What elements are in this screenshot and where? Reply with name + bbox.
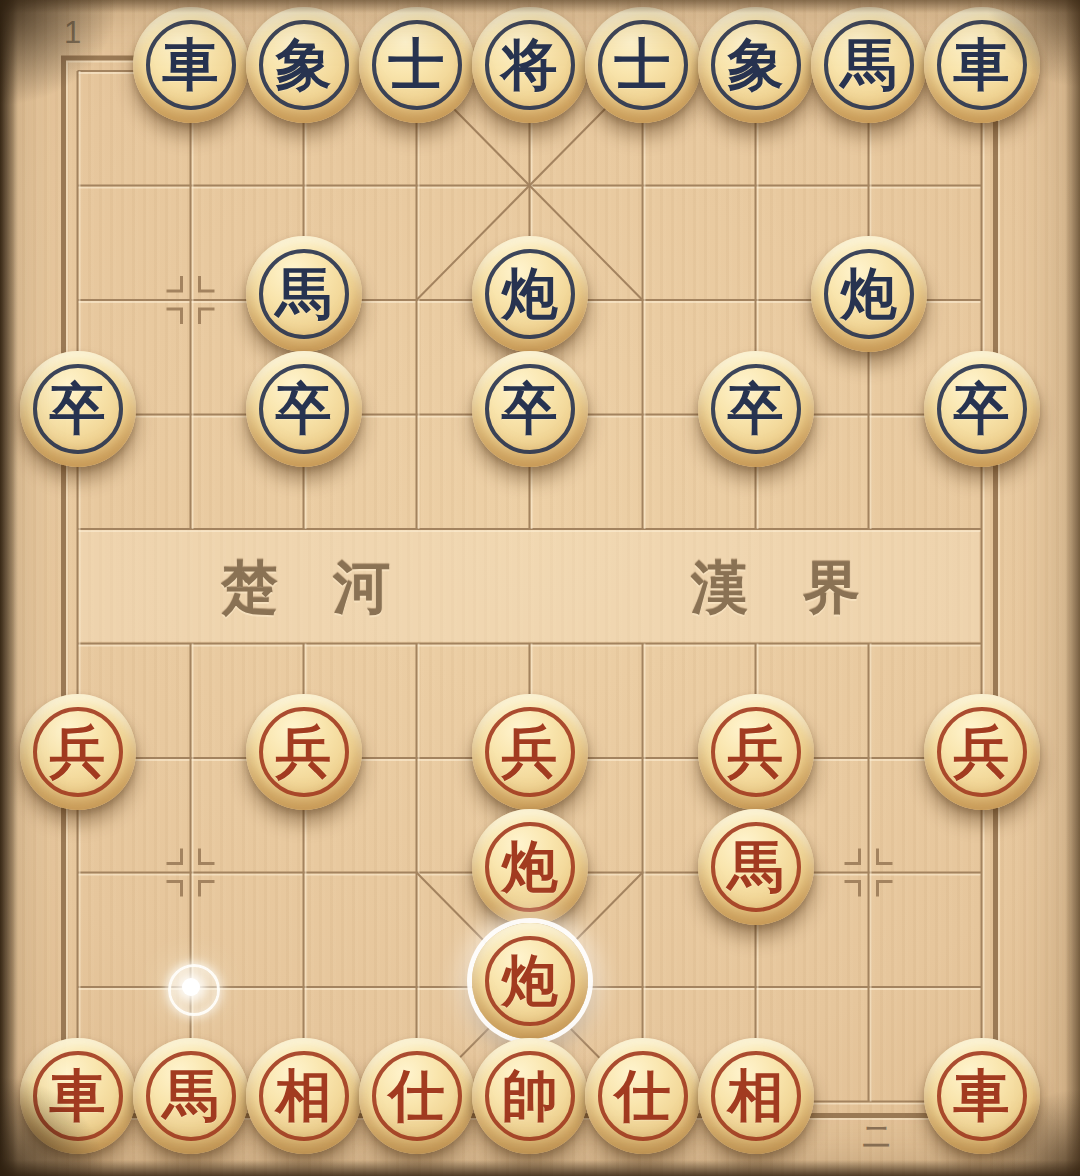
piece-black-象-c6r0[interactable]: 象	[698, 7, 814, 123]
piece-red-兵-c6r6[interactable]: 兵	[698, 694, 814, 810]
piece-red-炮-c4r7[interactable]: 炮	[472, 809, 588, 925]
piece-red-兵-c8r6[interactable]: 兵	[924, 694, 1040, 810]
piece-black-馬-c2r2[interactable]: 馬	[246, 236, 362, 352]
piece-red-馬-c6r7[interactable]: 馬	[698, 809, 814, 925]
piece-glyph: 馬	[276, 265, 332, 321]
piece-red-兵-c0r6[interactable]: 兵	[20, 694, 136, 810]
piece-glyph: 兵	[502, 723, 558, 779]
piece-glyph: 車	[50, 1067, 106, 1123]
piece-glyph: 車	[954, 36, 1010, 92]
piece-glyph: 卒	[728, 380, 784, 436]
piece-red-兵-c4r6[interactable]: 兵	[472, 694, 588, 810]
piece-black-士-c3r0[interactable]: 士	[359, 7, 475, 123]
piece-red-馬-c1r9[interactable]: 馬	[133, 1038, 249, 1154]
piece-black-士-c5r0[interactable]: 士	[585, 7, 701, 123]
piece-black-炮-c4r2[interactable]: 炮	[472, 236, 588, 352]
piece-red-相-c2r9[interactable]: 相	[246, 1038, 362, 1154]
piece-glyph: 帥	[502, 1067, 558, 1123]
piece-black-将-c4r0[interactable]: 将	[472, 7, 588, 123]
piece-glyph: 卒	[276, 380, 332, 436]
piece-black-象-c2r0[interactable]: 象	[246, 7, 362, 123]
move-origin-dot	[182, 978, 200, 996]
piece-glyph: 士	[615, 36, 671, 92]
piece-glyph: 兵	[50, 723, 106, 779]
piece-glyph: 兵	[954, 723, 1010, 779]
piece-black-車-c8r0[interactable]: 車	[924, 7, 1040, 123]
piece-red-帥-c4r9[interactable]: 帥	[472, 1038, 588, 1154]
piece-black-卒-c4r3[interactable]: 卒	[472, 351, 588, 467]
piece-black-卒-c6r3[interactable]: 卒	[698, 351, 814, 467]
file-label-er: 二	[863, 1119, 890, 1155]
piece-glyph: 卒	[50, 380, 106, 436]
piece-black-卒-c8r3[interactable]: 卒	[924, 351, 1040, 467]
piece-red-車-c8r9[interactable]: 車	[924, 1038, 1040, 1154]
piece-glyph: 士	[389, 36, 445, 92]
piece-glyph: 車	[954, 1067, 1010, 1123]
piece-glyph: 炮	[502, 838, 558, 894]
piece-glyph: 将	[502, 36, 558, 92]
piece-glyph: 象	[276, 36, 332, 92]
piece-black-炮-c7r2[interactable]: 炮	[811, 236, 927, 352]
piece-glyph: 炮	[502, 265, 558, 321]
piece-red-兵-c2r6[interactable]: 兵	[246, 694, 362, 810]
piece-glyph: 馬	[728, 838, 784, 894]
xiangqi-board[interactable]: 楚河 漢界 1 二 車象士将士象馬車馬炮炮卒卒卒卒卒兵兵兵兵兵炮馬炮車馬相仕帥仕…	[0, 0, 1080, 1176]
piece-glyph: 兵	[728, 723, 784, 779]
piece-red-車-c0r9[interactable]: 車	[20, 1038, 136, 1154]
river-label-right: 漢界	[691, 550, 915, 627]
piece-glyph: 象	[728, 36, 784, 92]
piece-glyph: 卒	[954, 380, 1010, 436]
piece-glyph: 炮	[841, 265, 897, 321]
piece-glyph: 炮	[502, 952, 558, 1008]
file-label-1: 1	[64, 15, 81, 51]
piece-glyph: 兵	[276, 723, 332, 779]
piece-glyph: 仕	[615, 1067, 671, 1123]
piece-glyph: 馬	[841, 36, 897, 92]
piece-red-相-c6r9[interactable]: 相	[698, 1038, 814, 1154]
piece-black-卒-c0r3[interactable]: 卒	[20, 351, 136, 467]
piece-glyph: 車	[163, 36, 219, 92]
piece-glyph: 相	[728, 1067, 784, 1123]
piece-red-炮-c4r8[interactable]: 炮	[472, 923, 588, 1039]
river-label-left: 楚河	[221, 550, 445, 627]
piece-red-仕-c5r9[interactable]: 仕	[585, 1038, 701, 1154]
piece-black-馬-c7r0[interactable]: 馬	[811, 7, 927, 123]
piece-glyph: 卒	[502, 380, 558, 436]
piece-glyph: 相	[276, 1067, 332, 1123]
piece-black-車-c1r0[interactable]: 車	[133, 7, 249, 123]
piece-red-仕-c3r9[interactable]: 仕	[359, 1038, 475, 1154]
piece-black-卒-c2r3[interactable]: 卒	[246, 351, 362, 467]
piece-glyph: 仕	[389, 1067, 445, 1123]
piece-glyph: 馬	[163, 1067, 219, 1123]
